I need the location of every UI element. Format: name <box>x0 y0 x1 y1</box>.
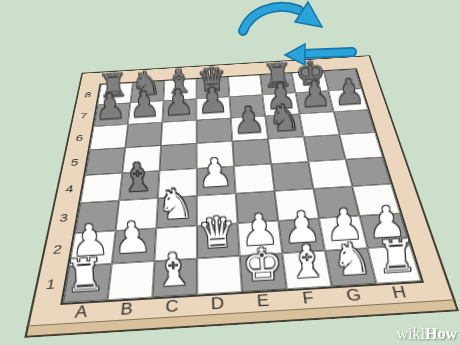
square-f3 <box>275 189 319 221</box>
square-e7 <box>229 95 265 118</box>
square-g7: ♟ <box>296 91 334 114</box>
rank-label-5: 5 <box>63 156 87 168</box>
square-a3 <box>75 201 119 234</box>
rank-labels: 87654321 <box>83 56 369 73</box>
square-d6 <box>197 118 233 143</box>
square-f1: ♝ <box>282 251 331 289</box>
screenshot: ♜♞♝♛♜♚♟♟♟♟♟♟♟♟♞♝♟♞♟♟♛♟♟♟♟♜♝♚♝♞♜ 87654321… <box>0 0 460 345</box>
board-grid: ♜♞♝♛♜♚♟♟♟♟♟♟♟♟♞♝♟♞♟♟♛♟♟♟♟♜♝♚♝♞♜ <box>60 68 424 305</box>
file-label-f: F <box>285 288 333 308</box>
wikihow-watermark: wikiHow <box>397 326 457 342</box>
square-f5 <box>268 137 308 164</box>
square-a6 <box>90 124 128 150</box>
square-g1: ♞ <box>325 248 376 286</box>
square-g6 <box>299 112 339 137</box>
square-h4 <box>346 157 392 186</box>
square-e5 <box>232 139 271 166</box>
black-rook-f8: ♜ <box>260 58 295 93</box>
black-queen-d8: ♛ <box>194 62 229 97</box>
board-front-edge <box>24 299 459 338</box>
square-b5 <box>122 146 161 173</box>
square-h1: ♜ <box>368 245 422 283</box>
square-b6 <box>125 122 162 147</box>
square-b3 <box>116 198 158 230</box>
rank-label-3: 3 <box>51 210 77 224</box>
square-d7: ♟ <box>196 97 230 120</box>
file-label-e: E <box>240 291 287 311</box>
rank-label-1: 1 <box>36 275 65 292</box>
rank-label-8: 8 <box>77 90 98 100</box>
rank-label-7: 7 <box>73 110 95 120</box>
file-label-d: D <box>195 294 241 314</box>
file-label-a: A <box>57 302 105 323</box>
square-c7: ♟ <box>162 99 196 123</box>
square-d8: ♛ <box>196 77 229 99</box>
square-g8: ♚ <box>292 71 329 93</box>
rank-label-2: 2 <box>44 241 72 257</box>
square-f6: ♞ <box>265 114 304 139</box>
square-h7: ♟ <box>329 89 369 112</box>
square-b8: ♞ <box>130 81 164 103</box>
square-e2: ♟ <box>238 221 283 256</box>
square-d5 <box>197 141 234 168</box>
square-h8 <box>324 69 362 91</box>
wikihow-wiki-text: wiki <box>397 325 425 342</box>
wikihow-how-text: How <box>425 325 457 342</box>
square-a5 <box>85 148 125 176</box>
square-c5 <box>160 143 197 170</box>
square-e6: ♟ <box>231 116 268 141</box>
black-bishop-c8: ♝ <box>162 64 197 99</box>
square-g2: ♟ <box>319 216 368 251</box>
square-c4 <box>158 168 197 198</box>
black-knight-b8: ♞ <box>129 66 164 101</box>
square-f7: ♟ <box>262 93 299 116</box>
perspective-scene: ♜♞♝♛♜♚♟♟♟♟♟♟♟♟♞♝♟♞♟♟♛♟♟♟♟♜♝♚♝♞♜ 87654321… <box>7 0 454 345</box>
square-d4: ♟ <box>197 166 236 196</box>
square-c6 <box>161 120 197 145</box>
square-a1: ♜ <box>63 264 112 303</box>
square-h3 <box>352 184 400 216</box>
square-g5 <box>304 135 346 162</box>
file-label-c: C <box>149 297 195 317</box>
file-labels: ABCDEFGH <box>83 56 369 73</box>
square-c8: ♝ <box>163 79 196 101</box>
square-f2: ♟ <box>278 218 325 253</box>
square-h5 <box>339 132 382 159</box>
chessboard-frame: ♜♞♝♛♜♚♟♟♟♟♟♟♟♟♞♝♟♞♟♟♛♟♟♟♟♜♝♚♝♞♜ 87654321… <box>26 55 456 328</box>
square-e8 <box>228 75 262 97</box>
square-h2: ♟ <box>360 213 411 248</box>
black-rook-a8: ♜ <box>96 68 131 103</box>
square-e1: ♚ <box>240 253 287 292</box>
square-h6 <box>334 110 375 135</box>
square-d3 <box>197 193 238 225</box>
board-tilt-wrapper: ♜♞♝♛♜♚♟♟♟♟♟♟♟♟♞♝♟♞♟♟♛♟♟♟♟♜♝♚♝♞♜ 87654321… <box>7 0 454 345</box>
square-f4 <box>271 162 313 191</box>
file-label-g: G <box>330 286 379 306</box>
square-e4 <box>234 164 275 194</box>
square-b7: ♟ <box>128 101 164 125</box>
square-f8: ♜ <box>260 73 295 95</box>
square-a7: ♟ <box>94 103 131 127</box>
square-d2: ♛ <box>197 223 240 258</box>
square-c1: ♝ <box>152 258 197 297</box>
square-a2: ♟ <box>69 231 115 267</box>
square-d1 <box>197 256 242 295</box>
square-g4 <box>308 159 352 188</box>
file-label-h: H <box>375 283 425 303</box>
square-b1 <box>108 261 155 300</box>
square-b2: ♟ <box>112 228 156 264</box>
file-label-b: B <box>103 299 150 319</box>
black-king-g8: ♚ <box>293 56 328 91</box>
square-a4 <box>80 173 122 203</box>
rank-label-6: 6 <box>68 132 91 143</box>
rank-label-4: 4 <box>57 182 82 195</box>
square-a8: ♜ <box>97 83 132 105</box>
square-e3 <box>236 191 279 223</box>
square-b4: ♝ <box>119 171 159 201</box>
square-c3: ♞ <box>156 196 197 228</box>
square-c2 <box>154 226 197 261</box>
